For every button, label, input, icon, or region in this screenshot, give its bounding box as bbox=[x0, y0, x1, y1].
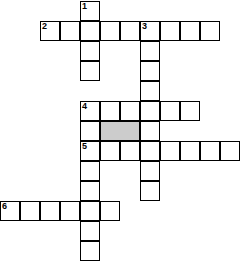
cell-r10-c2[interactable] bbox=[40, 201, 60, 221]
cell-r7-c7[interactable] bbox=[140, 141, 160, 161]
cell-r9-c4[interactable] bbox=[80, 181, 100, 201]
crossword-grid: 123456 bbox=[0, 1, 240, 261]
cell-r7-c11[interactable] bbox=[220, 141, 240, 161]
cell-r8-c7[interactable] bbox=[140, 161, 160, 181]
cell-r9-c7[interactable] bbox=[140, 181, 160, 201]
cell-r5-c8[interactable] bbox=[160, 101, 180, 121]
cell-r2-c4[interactable] bbox=[80, 41, 100, 61]
cell-r5-c7[interactable] bbox=[140, 101, 160, 121]
clue-number-4: 4 bbox=[82, 102, 87, 111]
cell-r12-c4[interactable] bbox=[80, 241, 100, 261]
cell-r1-c7[interactable]: 3 bbox=[140, 21, 160, 41]
cell-r6-c7[interactable] bbox=[140, 121, 160, 141]
cell-r1-c2[interactable]: 2 bbox=[40, 21, 60, 41]
clue-number-1: 1 bbox=[82, 2, 87, 11]
cell-r8-c4[interactable] bbox=[80, 161, 100, 181]
cell-r10-c5[interactable] bbox=[100, 201, 120, 221]
cell-r5-c4[interactable]: 4 bbox=[80, 101, 100, 121]
clue-number-6: 6 bbox=[2, 202, 7, 211]
cell-r10-c1[interactable] bbox=[20, 201, 40, 221]
cell-r7-c9[interactable] bbox=[180, 141, 200, 161]
cell-r6-c4[interactable] bbox=[80, 121, 100, 141]
cell-r2-c7[interactable] bbox=[140, 41, 160, 61]
cell-r5-c5[interactable] bbox=[100, 101, 120, 121]
cell-r10-c4[interactable] bbox=[80, 201, 100, 221]
cell-r10-c0[interactable]: 6 bbox=[0, 201, 20, 221]
cell-r7-c6[interactable] bbox=[120, 141, 140, 161]
cell-r1-c10[interactable] bbox=[200, 21, 220, 41]
cell-r1-c5[interactable] bbox=[100, 21, 120, 41]
cell-r5-c9[interactable] bbox=[180, 101, 200, 121]
cell-r7-c8[interactable] bbox=[160, 141, 180, 161]
cell-r1-c9[interactable] bbox=[180, 21, 200, 41]
cell-r7-c5[interactable] bbox=[100, 141, 120, 161]
cell-r7-c4[interactable]: 5 bbox=[80, 141, 100, 161]
cell-r3-c7[interactable] bbox=[140, 61, 160, 81]
cell-r11-c4[interactable] bbox=[80, 221, 100, 241]
cell-r5-c6[interactable] bbox=[120, 101, 140, 121]
clue-number-5: 5 bbox=[82, 142, 87, 151]
crossword-puzzle: 123456 bbox=[0, 0, 241, 261]
clue-number-2: 2 bbox=[42, 22, 47, 31]
cell-r1-c4[interactable] bbox=[80, 21, 100, 41]
shaded-block bbox=[100, 121, 140, 141]
cell-r1-c6[interactable] bbox=[120, 21, 140, 41]
cell-r1-c8[interactable] bbox=[160, 21, 180, 41]
clue-number-3: 3 bbox=[142, 22, 147, 31]
cell-r7-c10[interactable] bbox=[200, 141, 220, 161]
cell-r4-c7[interactable] bbox=[140, 81, 160, 101]
cell-r0-c4[interactable]: 1 bbox=[80, 1, 100, 21]
cell-r1-c3[interactable] bbox=[60, 21, 80, 41]
cell-r3-c4[interactable] bbox=[80, 61, 100, 81]
cell-r10-c3[interactable] bbox=[60, 201, 80, 221]
